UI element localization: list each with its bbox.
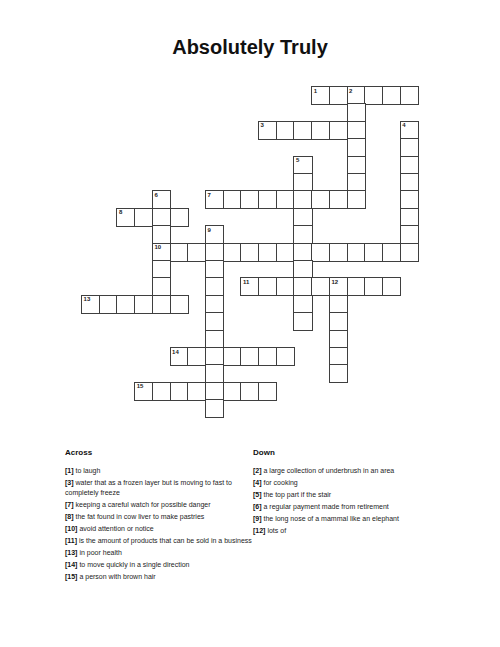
down-clue-number-12: [12] bbox=[253, 527, 267, 534]
down-header: Down bbox=[253, 448, 445, 458]
grid-cell-r6c12[interactable] bbox=[293, 190, 312, 209]
grid-cell-r8c7[interactable]: 9 bbox=[205, 225, 224, 244]
grid-cell-r11c13[interactable] bbox=[311, 277, 330, 296]
grid-cell-r0c18[interactable] bbox=[400, 86, 419, 105]
grid-cell-r17c6[interactable] bbox=[187, 382, 206, 401]
grid-cell-r10c4[interactable] bbox=[152, 260, 171, 279]
grid-cell-r3c18[interactable] bbox=[400, 138, 419, 157]
across-clue-number-10: [10] bbox=[65, 525, 79, 532]
across-clue-15: [15] a person with brown hair bbox=[65, 572, 252, 582]
grid-cell-r9c13[interactable] bbox=[311, 243, 330, 262]
grid-cell-r1c15[interactable] bbox=[347, 103, 366, 122]
down-clue-number-6: [6] bbox=[253, 503, 264, 510]
grid-cell-r12c5[interactable] bbox=[170, 295, 189, 314]
grid-cell-r6c7[interactable]: 7 bbox=[205, 190, 224, 209]
across-clue-10: [10] avoid attention or notice bbox=[65, 524, 252, 534]
cell-number: 10 bbox=[154, 244, 161, 251]
grid-cell-r6c15[interactable] bbox=[347, 190, 366, 209]
grid-cell-r18c7[interactable] bbox=[205, 399, 224, 418]
grid-cell-r3c15[interactable] bbox=[347, 138, 366, 157]
grid-cell-r2c18[interactable]: 4 bbox=[400, 121, 419, 140]
grid-cell-r17c4[interactable] bbox=[152, 382, 171, 401]
grid-cell-r17c5[interactable] bbox=[170, 382, 189, 401]
grid-cell-r7c4[interactable] bbox=[152, 208, 171, 227]
grid-cell-r12c4[interactable] bbox=[152, 295, 171, 314]
grid-cell-r7c5[interactable] bbox=[170, 208, 189, 227]
grid-cell-r4c18[interactable] bbox=[400, 156, 419, 175]
across-clue-number-7: [7] bbox=[65, 501, 76, 508]
across-clue-13: [13] in poor health bbox=[65, 548, 252, 558]
grid-cell-r16c7[interactable] bbox=[205, 364, 224, 383]
grid-cell-r11c10[interactable] bbox=[258, 277, 277, 296]
across-clue-3: [3] water that as a frozen layer but is … bbox=[65, 478, 252, 497]
cell-number: 3 bbox=[261, 122, 264, 129]
across-clue-number-15: [15] bbox=[65, 573, 79, 580]
grid-cell-r15c11[interactable] bbox=[276, 347, 295, 366]
grid-cell-r9c15[interactable] bbox=[347, 243, 366, 262]
grid-cell-r11c15[interactable] bbox=[347, 277, 366, 296]
cell-number: 11 bbox=[243, 279, 249, 286]
cell-number: 12 bbox=[331, 279, 338, 286]
grid-cell-r2c12[interactable] bbox=[293, 121, 312, 140]
cell-number: 9 bbox=[207, 227, 210, 234]
grid-cell-r4c15[interactable] bbox=[347, 156, 366, 175]
grid-cell-r7c3[interactable] bbox=[134, 208, 153, 227]
grid-cell-r6c9[interactable] bbox=[240, 190, 259, 209]
grid-cell-r12c12[interactable] bbox=[293, 295, 312, 314]
grid-cell-r10c12[interactable] bbox=[293, 260, 312, 279]
grid-cell-r17c8[interactable] bbox=[223, 382, 242, 401]
cell-number: 13 bbox=[84, 296, 91, 303]
across-clue-7: [7] keeping a careful watch for possible… bbox=[65, 500, 252, 510]
grid-cell-r0c13[interactable]: 1 bbox=[311, 86, 330, 105]
down-clue-number-4: [4] bbox=[253, 479, 264, 486]
grid-cell-r11c11[interactable] bbox=[276, 277, 295, 296]
puzzle-title: Absolutely Truly bbox=[0, 36, 500, 59]
grid-cell-r9c8[interactable] bbox=[223, 243, 242, 262]
down-clue-number-2: [2] bbox=[253, 467, 264, 474]
cell-number: 5 bbox=[296, 157, 299, 164]
grid-cell-r15c9[interactable] bbox=[240, 347, 259, 366]
grid-cell-r9c9[interactable] bbox=[240, 243, 259, 262]
grid-cell-r11c12[interactable] bbox=[293, 277, 312, 296]
grid-cell-r17c10[interactable] bbox=[258, 382, 277, 401]
cell-number: 8 bbox=[119, 209, 122, 216]
grid-cell-r2c13[interactable] bbox=[311, 121, 330, 140]
across-clue-number-1: [1] bbox=[65, 467, 76, 474]
grid-cell-r2c10[interactable]: 3 bbox=[258, 121, 277, 140]
grid-cell-r13c14[interactable] bbox=[329, 312, 348, 331]
cell-number: 7 bbox=[207, 192, 210, 199]
grid-cell-r2c15[interactable] bbox=[347, 121, 366, 140]
grid-cell-r15c8[interactable] bbox=[223, 347, 242, 366]
grid-cell-r5c12[interactable] bbox=[293, 173, 312, 192]
grid-cell-r6c14[interactable] bbox=[329, 190, 348, 209]
grid-cell-r8c12[interactable] bbox=[293, 225, 312, 244]
grid-cell-r12c3[interactable] bbox=[134, 295, 153, 314]
grid-cell-r2c11[interactable] bbox=[276, 121, 295, 140]
across-header: Across bbox=[65, 448, 252, 458]
grid-cell-r8c18[interactable] bbox=[400, 225, 419, 244]
grid-cell-r9c18[interactable] bbox=[400, 243, 419, 262]
grid-cell-r4c12[interactable]: 5 bbox=[293, 156, 312, 175]
down-clue-12: [12] lots of bbox=[253, 526, 445, 536]
worksheet-page: Absolutely Truly 123456789101112131415 A… bbox=[0, 0, 500, 647]
grid-cell-r15c5[interactable]: 14 bbox=[170, 347, 189, 366]
grid-cell-r7c2[interactable]: 8 bbox=[116, 208, 135, 227]
grid-cell-r13c7[interactable] bbox=[205, 312, 224, 331]
down-clue-6: [6] a regular payment made from retireme… bbox=[253, 502, 445, 512]
down-clue-4: [4] for cooking bbox=[253, 478, 445, 488]
grid-cell-r11c14[interactable]: 12 bbox=[329, 277, 348, 296]
across-clue-list: [1] to laugh[3] water that as a frozen l… bbox=[65, 466, 252, 582]
grid-cell-r17c7[interactable] bbox=[205, 382, 224, 401]
grid-cell-r17c3[interactable]: 15 bbox=[134, 382, 153, 401]
grid-cell-r13c12[interactable] bbox=[293, 312, 312, 331]
across-clue-number-3: [3] bbox=[65, 479, 76, 486]
cell-number: 4 bbox=[402, 122, 405, 129]
grid-cell-r6c11[interactable] bbox=[276, 190, 295, 209]
down-clue-number-5: [5] bbox=[253, 491, 264, 498]
cell-number: 14 bbox=[172, 349, 179, 356]
grid-cell-r9c11[interactable] bbox=[276, 243, 295, 262]
grid-cell-r11c9[interactable]: 11 bbox=[240, 277, 259, 296]
grid-cell-r15c6[interactable] bbox=[187, 347, 206, 366]
grid-cell-r0c15[interactable]: 2 bbox=[347, 86, 366, 105]
grid-cell-r9c12[interactable] bbox=[293, 243, 312, 262]
grid-cell-r9c4[interactable]: 10 bbox=[152, 243, 171, 262]
grid-cell-r2c14[interactable] bbox=[329, 121, 348, 140]
grid-cell-r0c17[interactable] bbox=[382, 86, 401, 105]
grid-cell-r11c17[interactable] bbox=[382, 277, 401, 296]
grid-cell-r6c13[interactable] bbox=[311, 190, 330, 209]
across-clues-section: Across [1] to laugh[3] water that as a f… bbox=[65, 448, 252, 584]
grid-cell-r0c14[interactable] bbox=[329, 86, 348, 105]
grid-cell-r9c16[interactable] bbox=[364, 243, 383, 262]
down-clue-list: [2] a large collection of underbrush in … bbox=[253, 466, 445, 536]
grid-cell-r9c14[interactable] bbox=[329, 243, 348, 262]
grid-cell-r7c12[interactable] bbox=[293, 208, 312, 227]
grid-cell-r15c14[interactable] bbox=[329, 347, 348, 366]
down-clue-number-9: [9] bbox=[253, 515, 264, 522]
grid-cell-r17c9[interactable] bbox=[240, 382, 259, 401]
grid-cell-r12c0[interactable]: 13 bbox=[81, 295, 100, 314]
grid-cell-r15c7[interactable] bbox=[205, 347, 224, 366]
down-clues-section: Down [2] a large collection of underbrus… bbox=[253, 448, 445, 539]
grid-cell-r12c1[interactable] bbox=[99, 295, 118, 314]
grid-cell-r12c2[interactable] bbox=[116, 295, 135, 314]
down-clue-2: [2] a large collection of underbrush in … bbox=[253, 466, 445, 476]
grid-cell-r9c7[interactable] bbox=[205, 243, 224, 262]
across-clue-number-11: [11] bbox=[65, 537, 79, 544]
grid-cell-r7c18[interactable] bbox=[400, 208, 419, 227]
grid-cell-r11c4[interactable] bbox=[152, 277, 171, 296]
cell-number: 6 bbox=[154, 192, 157, 199]
grid-cell-r10c7[interactable] bbox=[205, 260, 224, 279]
grid-cell-r9c6[interactable] bbox=[187, 243, 206, 262]
grid-cell-r6c4[interactable]: 6 bbox=[152, 190, 171, 209]
grid-cell-r6c10[interactable] bbox=[258, 190, 277, 209]
crossword-grid: 123456789101112131415 bbox=[81, 86, 419, 419]
grid-cell-r9c10[interactable] bbox=[258, 243, 277, 262]
grid-cell-r5c15[interactable] bbox=[347, 173, 366, 192]
across-clue-11: [11] is the amount of products that can … bbox=[65, 536, 252, 546]
grid-cell-r9c17[interactable] bbox=[382, 243, 401, 262]
grid-cell-r8c4[interactable] bbox=[152, 225, 171, 244]
grid-cell-r9c5[interactable] bbox=[170, 243, 189, 262]
grid-cell-r11c7[interactable] bbox=[205, 277, 224, 296]
across-clue-1: [1] to laugh bbox=[65, 466, 252, 476]
across-clue-number-8: [8] bbox=[65, 513, 76, 520]
grid-cell-r5c18[interactable] bbox=[400, 173, 419, 192]
cell-number: 15 bbox=[137, 383, 144, 390]
grid-cell-r15c10[interactable] bbox=[258, 347, 277, 366]
across-clue-number-14: [14] bbox=[65, 561, 79, 568]
down-clue-9: [9] the long nose of a mammal like an el… bbox=[253, 514, 445, 524]
grid-cell-r14c7[interactable] bbox=[205, 330, 224, 349]
grid-cell-r12c7[interactable] bbox=[205, 295, 224, 314]
across-clue-14: [14] to move quickly in a single directi… bbox=[65, 560, 252, 570]
cell-number: 2 bbox=[349, 88, 352, 95]
grid-cell-r0c16[interactable] bbox=[364, 86, 383, 105]
grid-cell-r6c8[interactable] bbox=[223, 190, 242, 209]
across-clue-number-13: [13] bbox=[65, 549, 79, 556]
grid-cell-r14c14[interactable] bbox=[329, 330, 348, 349]
grid-cell-r11c16[interactable] bbox=[364, 277, 383, 296]
grid-cell-r12c14[interactable] bbox=[329, 295, 348, 314]
grid-cell-r16c14[interactable] bbox=[329, 364, 348, 383]
across-clue-8: [8] the fat found in cow liver to make p… bbox=[65, 512, 252, 522]
cell-number: 1 bbox=[314, 88, 317, 95]
down-clue-5: [5] the top part if the stair bbox=[253, 490, 445, 500]
grid-cell-r6c18[interactable] bbox=[400, 190, 419, 209]
